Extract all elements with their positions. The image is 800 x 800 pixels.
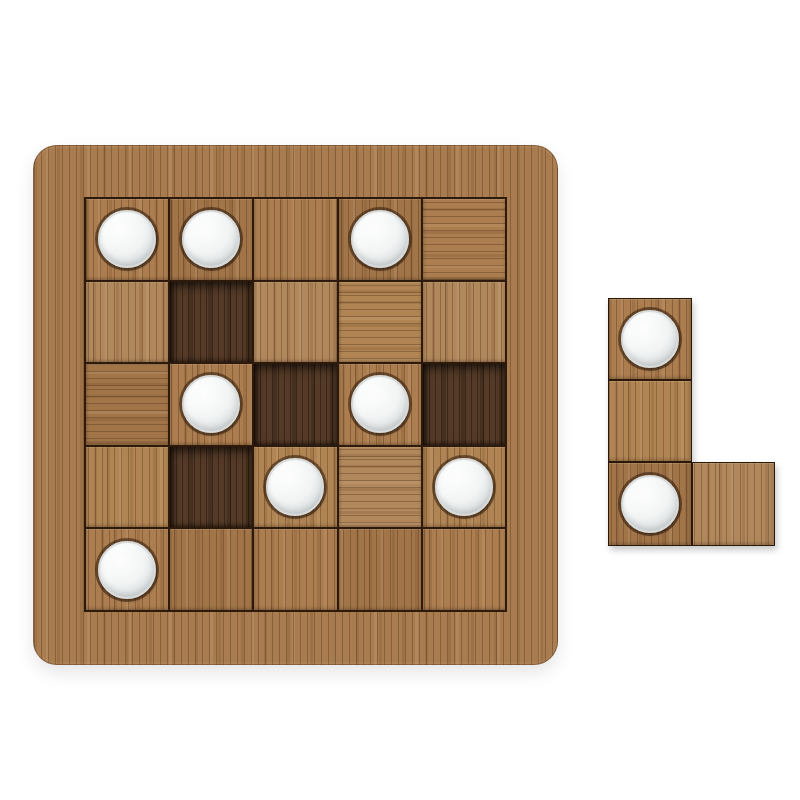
product-photo-canvas <box>0 0 800 800</box>
puzzle-board <box>33 145 558 665</box>
puzzle-tile-r2c1[interactable] <box>86 282 168 363</box>
loose-piece-tile-4[interactable] <box>692 462 775 546</box>
puzzle-tile-r2c4[interactable] <box>339 282 421 363</box>
puzzle-tile-r2c3[interactable] <box>254 282 336 363</box>
metal-disc <box>621 310 679 368</box>
metal-disc <box>182 375 240 433</box>
metal-disc <box>351 375 409 433</box>
puzzle-tile-r4c4[interactable] <box>339 447 421 528</box>
puzzle-tile-r2c5[interactable] <box>423 282 505 363</box>
metal-disc <box>351 210 409 268</box>
loose-piece-tile-2[interactable] <box>608 380 692 462</box>
puzzle-tile-r1c4[interactable] <box>339 199 421 280</box>
puzzle-tile-r1c2[interactable] <box>170 199 252 280</box>
metal-disc <box>266 458 324 516</box>
puzzle-tile-r4c1[interactable] <box>86 447 168 528</box>
board-grid <box>84 197 507 612</box>
puzzle-tile-r1c3[interactable] <box>254 199 336 280</box>
board-recess-r2c2 <box>170 282 252 363</box>
puzzle-tile-r1c5[interactable] <box>423 199 505 280</box>
metal-disc <box>98 541 156 599</box>
loose-piece-tile-1[interactable] <box>608 298 692 380</box>
board-recess-r4c2 <box>170 447 252 528</box>
puzzle-tile-r5c4[interactable] <box>339 529 421 610</box>
puzzle-tile-r4c3[interactable] <box>254 447 336 528</box>
loose-piece-tile-3[interactable] <box>608 462 692 546</box>
board-recess-r3c3 <box>254 364 336 445</box>
puzzle-tile-r5c3[interactable] <box>254 529 336 610</box>
puzzle-tile-r5c2[interactable] <box>170 529 252 610</box>
puzzle-tile-r5c5[interactable] <box>423 529 505 610</box>
metal-disc <box>182 210 240 268</box>
puzzle-tile-r3c4[interactable] <box>339 364 421 445</box>
puzzle-tile-r5c1[interactable] <box>86 529 168 610</box>
puzzle-tile-r3c2[interactable] <box>170 364 252 445</box>
puzzle-tile-r3c1[interactable] <box>86 364 168 445</box>
loose-piece-l-tetromino[interactable] <box>608 298 775 546</box>
puzzle-tile-r4c5[interactable] <box>423 447 505 528</box>
puzzle-tile-r1c1[interactable] <box>86 199 168 280</box>
board-recess-r3c5 <box>423 364 505 445</box>
metal-disc <box>435 458 493 516</box>
metal-disc <box>98 210 156 268</box>
metal-disc <box>621 475 679 533</box>
